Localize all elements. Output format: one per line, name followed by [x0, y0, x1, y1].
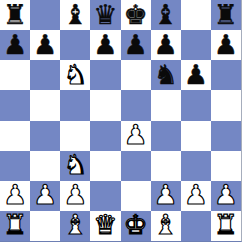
square-f3[interactable]: [151, 151, 181, 181]
square-g4[interactable]: [181, 121, 211, 151]
piece-white-knight[interactable]: ♞: [63, 61, 87, 88]
square-b5[interactable]: [30, 90, 60, 120]
square-g6[interactable]: ♟: [181, 60, 211, 90]
piece-black-pawn[interactable]: ♟: [184, 61, 208, 88]
piece-white-king[interactable]: ♚: [123, 211, 147, 238]
piece-black-queen[interactable]: ♛: [93, 1, 117, 28]
piece-black-pawn[interactable]: ♟: [154, 31, 178, 58]
square-d5[interactable]: [90, 90, 120, 120]
square-e6[interactable]: [121, 60, 151, 90]
piece-black-rook[interactable]: ♜: [214, 1, 238, 28]
square-a7[interactable]: ♟: [0, 30, 30, 60]
square-f5[interactable]: [151, 90, 181, 120]
piece-white-queen[interactable]: ♛: [93, 211, 117, 238]
square-d4[interactable]: [90, 121, 120, 151]
square-h4[interactable]: [211, 121, 241, 151]
square-b3[interactable]: [30, 151, 60, 181]
piece-white-rook[interactable]: ♜: [3, 211, 27, 238]
chess-app: ♜♝♛♚♝♜♟♟♟♟♟♟♞♞♟♟♞♟♟♟♟♟♟♜♝♛♚♝♜: [0, 0, 242, 242]
square-a1[interactable]: ♜: [0, 211, 30, 241]
square-g3[interactable]: [181, 151, 211, 181]
piece-black-bishop[interactable]: ♝: [63, 1, 87, 28]
square-e7[interactable]: ♟: [121, 30, 151, 60]
piece-black-rook[interactable]: ♜: [3, 1, 27, 28]
square-f6[interactable]: ♞: [151, 60, 181, 90]
square-c7[interactable]: [60, 30, 90, 60]
square-f1[interactable]: ♝: [151, 211, 181, 241]
square-c3[interactable]: ♞: [60, 151, 90, 181]
piece-white-pawn[interactable]: ♟: [3, 181, 27, 208]
piece-black-pawn[interactable]: ♟: [93, 31, 117, 58]
square-e5[interactable]: [121, 90, 151, 120]
square-e1[interactable]: ♚: [121, 211, 151, 241]
square-e3[interactable]: [121, 151, 151, 181]
square-g1[interactable]: [181, 211, 211, 241]
square-a5[interactable]: [0, 90, 30, 120]
square-h8[interactable]: ♜: [211, 0, 241, 30]
square-d8[interactable]: ♛: [90, 0, 120, 30]
piece-white-pawn[interactable]: ♟: [63, 181, 87, 208]
square-e2[interactable]: [121, 181, 151, 211]
piece-black-pawn[interactable]: ♟: [33, 31, 57, 58]
piece-black-pawn[interactable]: ♟: [3, 31, 27, 58]
piece-white-bishop[interactable]: ♝: [154, 211, 178, 238]
square-c6[interactable]: ♞: [60, 60, 90, 90]
square-c5[interactable]: [60, 90, 90, 120]
square-f2[interactable]: ♟: [151, 181, 181, 211]
square-b1[interactable]: [30, 211, 60, 241]
square-d1[interactable]: ♛: [90, 211, 120, 241]
piece-black-pawn[interactable]: ♟: [123, 31, 147, 58]
square-h3[interactable]: [211, 151, 241, 181]
square-h5[interactable]: [211, 90, 241, 120]
piece-white-pawn[interactable]: ♟: [184, 181, 208, 208]
square-a3[interactable]: [0, 151, 30, 181]
square-f8[interactable]: ♝: [151, 0, 181, 30]
piece-black-knight[interactable]: ♞: [154, 61, 178, 88]
square-c1[interactable]: ♝: [60, 211, 90, 241]
square-h7[interactable]: ♟: [211, 30, 241, 60]
piece-white-pawn[interactable]: ♟: [33, 181, 57, 208]
square-b8[interactable]: [30, 0, 60, 30]
square-b4[interactable]: [30, 121, 60, 151]
square-h2[interactable]: ♟: [211, 181, 241, 211]
square-e8[interactable]: ♚: [121, 0, 151, 30]
square-d3[interactable]: [90, 151, 120, 181]
square-h1[interactable]: ♜: [211, 211, 241, 241]
square-d6[interactable]: [90, 60, 120, 90]
square-b7[interactable]: ♟: [30, 30, 60, 60]
square-g2[interactable]: ♟: [181, 181, 211, 211]
chessboard: ♜♝♛♚♝♜♟♟♟♟♟♟♞♞♟♟♞♟♟♟♟♟♟♜♝♛♚♝♜: [0, 0, 242, 242]
square-e4[interactable]: ♟: [121, 121, 151, 151]
piece-white-pawn[interactable]: ♟: [214, 181, 238, 208]
square-b6[interactable]: [30, 60, 60, 90]
piece-white-rook[interactable]: ♜: [214, 211, 238, 238]
square-a8[interactable]: ♜: [0, 0, 30, 30]
square-a6[interactable]: [0, 60, 30, 90]
square-d7[interactable]: ♟: [90, 30, 120, 60]
square-g7[interactable]: [181, 30, 211, 60]
square-c8[interactable]: ♝: [60, 0, 90, 30]
square-d2[interactable]: [90, 181, 120, 211]
square-c4[interactable]: [60, 121, 90, 151]
piece-white-knight[interactable]: ♞: [63, 151, 87, 178]
piece-white-pawn[interactable]: ♟: [123, 121, 147, 148]
square-f7[interactable]: ♟: [151, 30, 181, 60]
square-g8[interactable]: [181, 0, 211, 30]
piece-black-bishop[interactable]: ♝: [154, 1, 178, 28]
square-f4[interactable]: [151, 121, 181, 151]
square-a2[interactable]: ♟: [0, 181, 30, 211]
square-a4[interactable]: [0, 121, 30, 151]
piece-black-pawn[interactable]: ♟: [214, 31, 238, 58]
piece-white-pawn[interactable]: ♟: [154, 181, 178, 208]
square-c2[interactable]: ♟: [60, 181, 90, 211]
piece-black-king[interactable]: ♚: [123, 1, 147, 28]
square-b2[interactable]: ♟: [30, 181, 60, 211]
square-g5[interactable]: [181, 90, 211, 120]
piece-white-bishop[interactable]: ♝: [63, 211, 87, 238]
square-h6[interactable]: [211, 60, 241, 90]
